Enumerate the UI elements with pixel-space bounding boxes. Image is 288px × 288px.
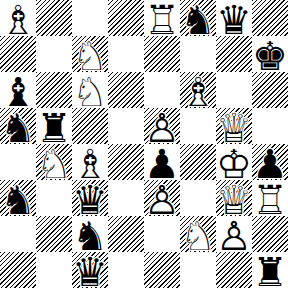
black-K-halo: ♚ xyxy=(252,38,288,74)
black-piece-N: ♞ xyxy=(72,218,108,254)
black-Q-halo: ♛ xyxy=(216,2,252,38)
white-P-halo: ♟ xyxy=(216,218,252,254)
white-piece-K: ♔ xyxy=(216,146,252,182)
black-B-halo: ♝ xyxy=(0,74,36,110)
square-h3[interactable]: ♜♖ xyxy=(252,180,288,216)
square-g8[interactable]: ♛♛ xyxy=(216,0,252,36)
square-b5[interactable]: ♜♜ xyxy=(36,108,72,144)
white-piece-B: ♗ xyxy=(72,146,108,182)
square-h2[interactable] xyxy=(252,216,288,252)
square-a7[interactable] xyxy=(0,36,36,72)
square-h8[interactable] xyxy=(252,0,288,36)
square-h6[interactable] xyxy=(252,72,288,108)
white-piece-P: ♙ xyxy=(216,218,252,254)
white-P-halo: ♟ xyxy=(144,182,180,218)
square-f7[interactable] xyxy=(180,36,216,72)
black-piece-K: ♚ xyxy=(252,38,288,74)
square-d4[interactable] xyxy=(108,144,144,180)
square-a5[interactable]: ♞♞ xyxy=(0,108,36,144)
white-Q-halo: ♛ xyxy=(216,110,252,146)
white-piece-P: ♙ xyxy=(144,110,180,146)
square-d7[interactable] xyxy=(108,36,144,72)
white-piece-B: ♗ xyxy=(180,74,216,110)
square-h7[interactable]: ♚♚ xyxy=(252,36,288,72)
square-g1[interactable] xyxy=(216,252,252,288)
white-piece-B: ♗ xyxy=(0,2,36,38)
black-piece-N: ♞ xyxy=(180,2,216,38)
square-f6[interactable]: ♝♗ xyxy=(180,72,216,108)
white-piece-N: ♘ xyxy=(72,74,108,110)
square-a8[interactable]: ♝♗ xyxy=(0,0,36,36)
square-e2[interactable] xyxy=(144,216,180,252)
square-f2[interactable]: ♞♘ xyxy=(180,216,216,252)
square-f4[interactable] xyxy=(180,144,216,180)
square-g7[interactable] xyxy=(216,36,252,72)
square-b2[interactable] xyxy=(36,216,72,252)
chess-board: ♝♗♜♖♞♞♛♛♞♘♚♚♝♝♞♘♝♗♞♞♜♜♟♙♛♕♞♘♝♗♟♟♚♔♟♟♞♞♛♛… xyxy=(0,0,288,288)
black-piece-Q: ♛ xyxy=(72,182,108,218)
square-c1[interactable]: ♛♛ xyxy=(72,252,108,288)
square-e1[interactable] xyxy=(144,252,180,288)
square-d6[interactable] xyxy=(108,72,144,108)
white-piece-Q: ♕ xyxy=(216,182,252,218)
square-f5[interactable] xyxy=(180,108,216,144)
square-d8[interactable] xyxy=(108,0,144,36)
square-b8[interactable] xyxy=(36,0,72,36)
white-N-halo: ♞ xyxy=(180,218,216,254)
square-d3[interactable] xyxy=(108,180,144,216)
white-piece-R: ♖ xyxy=(252,182,288,218)
square-c7[interactable]: ♞♘ xyxy=(72,36,108,72)
black-piece-B: ♝ xyxy=(0,74,36,110)
black-piece-Q: ♛ xyxy=(72,254,108,288)
square-a2[interactable] xyxy=(0,216,36,252)
white-piece-R: ♖ xyxy=(144,2,180,38)
white-B-halo: ♝ xyxy=(72,146,108,182)
white-B-halo: ♝ xyxy=(180,74,216,110)
square-h5[interactable] xyxy=(252,108,288,144)
square-g4[interactable]: ♚♔ xyxy=(216,144,252,180)
square-c6[interactable]: ♞♘ xyxy=(72,72,108,108)
black-N-halo: ♞ xyxy=(0,110,36,146)
square-c4[interactable]: ♝♗ xyxy=(72,144,108,180)
white-piece-N: ♘ xyxy=(72,38,108,74)
square-c8[interactable] xyxy=(72,0,108,36)
white-R-halo: ♜ xyxy=(144,2,180,38)
white-N-halo: ♞ xyxy=(72,74,108,110)
black-N-halo: ♞ xyxy=(72,218,108,254)
black-piece-Q: ♛ xyxy=(216,2,252,38)
white-piece-P: ♙ xyxy=(144,182,180,218)
black-piece-R: ♜ xyxy=(36,110,72,146)
square-a4[interactable] xyxy=(0,144,36,180)
white-piece-N: ♘ xyxy=(36,146,72,182)
square-g2[interactable]: ♟♙ xyxy=(216,216,252,252)
square-g3[interactable]: ♛♕ xyxy=(216,180,252,216)
square-f1[interactable] xyxy=(180,252,216,288)
square-b6[interactable] xyxy=(36,72,72,108)
black-piece-R: ♜ xyxy=(252,254,288,288)
square-e8[interactable]: ♜♖ xyxy=(144,0,180,36)
black-piece-N: ♞ xyxy=(0,182,36,218)
square-a1[interactable] xyxy=(0,252,36,288)
black-Q-halo: ♛ xyxy=(72,182,108,218)
square-e6[interactable] xyxy=(144,72,180,108)
black-P-halo: ♟ xyxy=(144,146,180,182)
square-h4[interactable]: ♟♟ xyxy=(252,144,288,180)
white-N-halo: ♞ xyxy=(36,146,72,182)
black-P-halo: ♟ xyxy=(252,146,288,182)
square-g6[interactable] xyxy=(216,72,252,108)
square-g5[interactable]: ♛♕ xyxy=(216,108,252,144)
white-K-halo: ♚ xyxy=(216,146,252,182)
black-N-halo: ♞ xyxy=(180,2,216,38)
black-Q-halo: ♛ xyxy=(72,254,108,288)
square-a6[interactable]: ♝♝ xyxy=(0,72,36,108)
square-d2[interactable] xyxy=(108,216,144,252)
square-c5[interactable] xyxy=(72,108,108,144)
white-piece-Q: ♕ xyxy=(216,110,252,146)
square-c2[interactable]: ♞♞ xyxy=(72,216,108,252)
black-piece-N: ♞ xyxy=(0,110,36,146)
square-b3[interactable] xyxy=(36,180,72,216)
black-piece-P: ♟ xyxy=(144,146,180,182)
square-c3[interactable]: ♛♛ xyxy=(72,180,108,216)
black-R-halo: ♜ xyxy=(36,110,72,146)
square-e7[interactable] xyxy=(144,36,180,72)
square-h1[interactable]: ♜♜ xyxy=(252,252,288,288)
square-f8[interactable]: ♞♞ xyxy=(180,0,216,36)
square-b4[interactable]: ♞♘ xyxy=(36,144,72,180)
white-B-halo: ♝ xyxy=(0,2,36,38)
white-R-halo: ♜ xyxy=(252,182,288,218)
square-e5[interactable]: ♟♙ xyxy=(144,108,180,144)
square-a3[interactable]: ♞♞ xyxy=(0,180,36,216)
black-R-halo: ♜ xyxy=(252,254,288,288)
square-d5[interactable] xyxy=(108,108,144,144)
square-d1[interactable] xyxy=(108,252,144,288)
square-f3[interactable] xyxy=(180,180,216,216)
white-N-halo: ♞ xyxy=(72,38,108,74)
square-b1[interactable] xyxy=(36,252,72,288)
white-Q-halo: ♛ xyxy=(216,182,252,218)
black-N-halo: ♞ xyxy=(0,182,36,218)
white-piece-N: ♘ xyxy=(180,218,216,254)
square-e4[interactable]: ♟♟ xyxy=(144,144,180,180)
square-b7[interactable] xyxy=(36,36,72,72)
white-P-halo: ♟ xyxy=(144,110,180,146)
black-piece-P: ♟ xyxy=(252,146,288,182)
square-e3[interactable]: ♟♙ xyxy=(144,180,180,216)
